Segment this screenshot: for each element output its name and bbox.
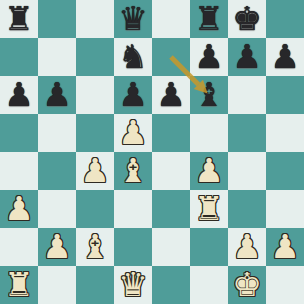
white-pawn[interactable]: ♟ <box>114 114 152 152</box>
square-g4[interactable] <box>228 152 266 190</box>
chess-board: ♜♛♜♚♞♟♟♟♟♟♟♟♝♟♟♝♟♟♜♟♝♟♟♜♛♚ <box>0 0 304 304</box>
square-c8[interactable] <box>76 0 114 38</box>
black-rook[interactable]: ♜ <box>0 0 38 38</box>
square-g7[interactable]: ♟ <box>228 38 266 76</box>
black-queen[interactable]: ♛ <box>114 0 152 38</box>
square-d4[interactable]: ♝ <box>114 152 152 190</box>
white-bishop[interactable]: ♝ <box>76 228 114 266</box>
square-g8[interactable]: ♚ <box>228 0 266 38</box>
square-h8[interactable] <box>266 0 304 38</box>
square-g3[interactable] <box>228 190 266 228</box>
square-h6[interactable] <box>266 76 304 114</box>
square-d1[interactable]: ♛ <box>114 266 152 304</box>
square-f2[interactable] <box>190 228 228 266</box>
square-b2[interactable]: ♟ <box>38 228 76 266</box>
square-f4[interactable]: ♟ <box>190 152 228 190</box>
square-d2[interactable] <box>114 228 152 266</box>
square-d3[interactable] <box>114 190 152 228</box>
square-d8[interactable]: ♛ <box>114 0 152 38</box>
square-h1[interactable] <box>266 266 304 304</box>
black-pawn[interactable]: ♟ <box>114 76 152 114</box>
white-bishop[interactable]: ♝ <box>114 152 152 190</box>
square-h2[interactable]: ♟ <box>266 228 304 266</box>
square-f7[interactable]: ♟ <box>190 38 228 76</box>
board-grid: ♜♛♜♚♞♟♟♟♟♟♟♟♝♟♟♝♟♟♜♟♝♟♟♜♛♚ <box>0 0 304 304</box>
square-d7[interactable]: ♞ <box>114 38 152 76</box>
square-g6[interactable] <box>228 76 266 114</box>
white-queen[interactable]: ♛ <box>114 266 152 304</box>
black-pawn[interactable]: ♟ <box>228 38 266 76</box>
white-pawn[interactable]: ♟ <box>76 152 114 190</box>
square-e1[interactable] <box>152 266 190 304</box>
square-c6[interactable] <box>76 76 114 114</box>
square-a8[interactable]: ♜ <box>0 0 38 38</box>
white-pawn[interactable]: ♟ <box>38 228 76 266</box>
black-pawn[interactable]: ♟ <box>266 38 304 76</box>
square-g1[interactable]: ♚ <box>228 266 266 304</box>
square-a1[interactable]: ♜ <box>0 266 38 304</box>
square-h7[interactable]: ♟ <box>266 38 304 76</box>
square-b1[interactable] <box>38 266 76 304</box>
black-knight[interactable]: ♞ <box>114 38 152 76</box>
black-pawn[interactable]: ♟ <box>38 76 76 114</box>
square-e2[interactable] <box>152 228 190 266</box>
square-c5[interactable] <box>76 114 114 152</box>
square-b8[interactable] <box>38 0 76 38</box>
square-a5[interactable] <box>0 114 38 152</box>
square-d6[interactable]: ♟ <box>114 76 152 114</box>
white-rook[interactable]: ♜ <box>190 190 228 228</box>
square-e5[interactable] <box>152 114 190 152</box>
white-pawn[interactable]: ♟ <box>190 152 228 190</box>
square-b5[interactable] <box>38 114 76 152</box>
white-pawn[interactable]: ♟ <box>266 228 304 266</box>
black-pawn[interactable]: ♟ <box>190 38 228 76</box>
square-e6[interactable]: ♟ <box>152 76 190 114</box>
white-king[interactable]: ♚ <box>228 266 266 304</box>
square-b4[interactable] <box>38 152 76 190</box>
square-e3[interactable] <box>152 190 190 228</box>
square-h3[interactable] <box>266 190 304 228</box>
square-b7[interactable] <box>38 38 76 76</box>
square-c7[interactable] <box>76 38 114 76</box>
square-a7[interactable] <box>0 38 38 76</box>
square-f3[interactable]: ♜ <box>190 190 228 228</box>
square-h4[interactable] <box>266 152 304 190</box>
square-b6[interactable]: ♟ <box>38 76 76 114</box>
square-d5[interactable]: ♟ <box>114 114 152 152</box>
black-bishop[interactable]: ♝ <box>190 76 228 114</box>
square-e7[interactable] <box>152 38 190 76</box>
square-h5[interactable] <box>266 114 304 152</box>
square-b3[interactable] <box>38 190 76 228</box>
square-f1[interactable] <box>190 266 228 304</box>
square-f5[interactable] <box>190 114 228 152</box>
white-pawn[interactable]: ♟ <box>228 228 266 266</box>
white-rook[interactable]: ♜ <box>0 266 38 304</box>
white-pawn[interactable]: ♟ <box>0 190 38 228</box>
square-a3[interactable]: ♟ <box>0 190 38 228</box>
square-f8[interactable]: ♜ <box>190 0 228 38</box>
black-pawn[interactable]: ♟ <box>0 76 38 114</box>
black-pawn[interactable]: ♟ <box>152 76 190 114</box>
black-king[interactable]: ♚ <box>228 0 266 38</box>
square-c2[interactable]: ♝ <box>76 228 114 266</box>
square-c4[interactable]: ♟ <box>76 152 114 190</box>
square-e8[interactable] <box>152 0 190 38</box>
square-c1[interactable] <box>76 266 114 304</box>
square-g5[interactable] <box>228 114 266 152</box>
black-rook[interactable]: ♜ <box>190 0 228 38</box>
square-a2[interactable] <box>0 228 38 266</box>
square-a4[interactable] <box>0 152 38 190</box>
square-c3[interactable] <box>76 190 114 228</box>
square-f6[interactable]: ♝ <box>190 76 228 114</box>
square-a6[interactable]: ♟ <box>0 76 38 114</box>
square-e4[interactable] <box>152 152 190 190</box>
square-g2[interactable]: ♟ <box>228 228 266 266</box>
